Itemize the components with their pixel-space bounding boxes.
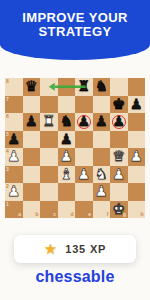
piece-white-rook[interactable]: ♜ [40,113,58,131]
file-label-d: d [70,212,73,217]
xp-label: 135 XP [65,243,106,255]
square-a3[interactable]: 3 [5,166,23,184]
square-e4[interactable] [75,148,93,166]
file-label-h: h [140,212,143,217]
piece-white-queen[interactable]: ♛ [110,148,128,166]
square-f5[interactable] [93,131,111,149]
square-d4[interactable]: ♟ [58,148,76,166]
file-label-b: b [35,212,38,217]
file-label-c: c [53,212,56,217]
header-banner: IMPROVE YOUR STRATEGY [0,0,150,60]
square-d8[interactable] [58,78,76,96]
square-a2[interactable]: 2♟ [5,183,23,201]
file-label-f: f [107,212,109,217]
square-g1[interactable]: g♚ [110,201,128,219]
square-c2[interactable] [40,183,58,201]
piece-black-pawn[interactable]: ♟ [23,113,41,131]
rank-label-1: 1 [6,202,9,207]
rank-label-7: 7 [6,97,9,102]
square-d1[interactable]: d [58,201,76,219]
square-g3[interactable]: ♟ [110,166,128,184]
square-h6[interactable] [128,113,146,131]
square-h4[interactable]: ♟ [128,148,146,166]
square-b4[interactable] [23,148,41,166]
piece-white-king[interactable]: ♚ [110,201,128,219]
chess-board[interactable]: 8♛♜♞7♚♟6♟♜♞♟♟♟5♟♟4♟♟♛♟3♝♟♞♟2♟♟1abcdefg♚h [5,78,145,218]
square-b2[interactable] [23,183,41,201]
rank-label-6: 6 [6,114,9,119]
square-f3[interactable]: ♞ [93,166,111,184]
square-c4[interactable] [40,148,58,166]
star-icon: ★ [44,242,57,257]
xp-badge: ★ 135 XP [14,235,136,263]
square-a8[interactable]: 8 [5,78,23,96]
square-c6[interactable]: ♜ [40,113,58,131]
square-b5[interactable] [23,131,41,149]
square-f2[interactable]: ♟ [93,183,111,201]
square-b8[interactable]: ♛ [23,78,41,96]
square-b7[interactable] [23,96,41,114]
square-e8[interactable]: ♜ [75,78,93,96]
square-d2[interactable] [58,183,76,201]
square-f8[interactable]: ♞ [93,78,111,96]
chessable-logo: chessable [0,268,150,286]
piece-white-pawn[interactable]: ♟ [93,183,111,201]
chess-board-container: 8♛♜♞7♚♟6♟♜♞♟♟♟5♟♟4♟♟♛♟3♝♟♞♟2♟♟1abcdefg♚h [5,78,145,218]
square-g5[interactable] [110,131,128,149]
square-a4[interactable]: 4♟ [5,148,23,166]
piece-white-knight[interactable]: ♞ [93,166,111,184]
square-d5[interactable]: ♟ [58,131,76,149]
square-e2[interactable] [75,183,93,201]
square-h7[interactable]: ♟ [128,96,146,114]
header-title-line2: STRATEGY [38,25,111,39]
piece-black-pawn[interactable]: ♟ [58,131,76,149]
square-a7[interactable]: 7 [5,96,23,114]
piece-black-pawn[interactable]: ♟ [110,113,128,131]
square-b3[interactable] [23,166,41,184]
square-e5[interactable] [75,131,93,149]
square-e3[interactable]: ♟ [75,166,93,184]
square-e1[interactable]: e [75,201,93,219]
square-e6[interactable]: ♟ [75,113,93,131]
square-g8[interactable] [110,78,128,96]
square-c8[interactable] [40,78,58,96]
header-title-line1: IMPROVE YOUR [22,11,128,25]
square-f7[interactable] [93,96,111,114]
square-a6[interactable]: 6 [5,113,23,131]
piece-white-pawn[interactable]: ♟ [128,148,146,166]
piece-black-rook[interactable]: ♜ [75,78,93,96]
square-h5[interactable] [128,131,146,149]
piece-black-pawn[interactable]: ♟ [5,131,23,149]
square-c7[interactable] [40,96,58,114]
piece-white-bishop[interactable]: ♝ [58,166,76,184]
square-e7[interactable] [75,96,93,114]
square-h8[interactable] [128,78,146,96]
piece-black-knight[interactable]: ♞ [58,113,76,131]
square-b1[interactable]: b [23,201,41,219]
file-label-e: e [88,212,91,217]
square-g7[interactable]: ♚ [110,96,128,114]
square-c1[interactable]: c [40,201,58,219]
piece-black-knight[interactable]: ♞ [93,78,111,96]
square-a5[interactable]: 5♟ [5,131,23,149]
square-d6[interactable]: ♞ [58,113,76,131]
square-f6[interactable]: ♟ [93,113,111,131]
piece-black-king[interactable]: ♚ [110,96,128,114]
rank-label-3: 3 [6,167,9,172]
piece-white-pawn[interactable]: ♟ [110,166,128,184]
piece-black-pawn[interactable]: ♟ [128,96,146,114]
square-g6[interactable]: ♟ [110,113,128,131]
square-h1[interactable]: h [128,201,146,219]
square-f4[interactable] [93,148,111,166]
square-d3[interactable]: ♝ [58,166,76,184]
rank-label-8: 8 [6,79,9,84]
square-g4[interactable]: ♛ [110,148,128,166]
square-b6[interactable]: ♟ [23,113,41,131]
square-g2[interactable] [110,183,128,201]
piece-black-queen[interactable]: ♛ [23,78,41,96]
piece-black-pawn[interactable]: ♟ [93,113,111,131]
square-a1[interactable]: 1a [5,201,23,219]
square-c3[interactable] [40,166,58,184]
square-d7[interactable] [58,96,76,114]
piece-white-pawn[interactable]: ♟ [5,183,23,201]
file-label-a: a [18,212,21,217]
square-c5[interactable] [40,131,58,149]
piece-white-pawn[interactable]: ♟ [5,148,23,166]
piece-black-pawn[interactable]: ♟ [75,113,93,131]
square-h2[interactable] [128,183,146,201]
square-f1[interactable]: f [93,201,111,219]
square-h3[interactable] [128,166,146,184]
piece-white-pawn[interactable]: ♟ [75,166,93,184]
piece-white-pawn[interactable]: ♟ [58,148,76,166]
